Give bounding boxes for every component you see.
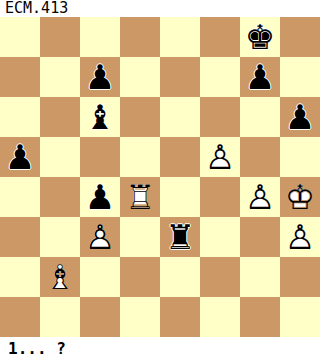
square-b7[interactable] bbox=[40, 57, 80, 97]
square-h1[interactable] bbox=[280, 297, 320, 337]
black-pawn-glyph: ♟ bbox=[80, 57, 120, 97]
white-pawn-outline: ♙ bbox=[200, 137, 240, 177]
black-pawn: ♟ bbox=[240, 57, 280, 97]
square-b6[interactable] bbox=[40, 97, 80, 137]
square-c1[interactable] bbox=[80, 297, 120, 337]
black-pawn-glyph: ♟ bbox=[240, 57, 280, 97]
square-d3[interactable] bbox=[120, 217, 160, 257]
square-h4[interactable]: ♚♔ bbox=[280, 177, 320, 217]
square-h3[interactable]: ♟♙ bbox=[280, 217, 320, 257]
square-a8[interactable] bbox=[0, 17, 40, 57]
square-a1[interactable] bbox=[0, 297, 40, 337]
square-g7[interactable]: ♟ bbox=[240, 57, 280, 97]
square-f5[interactable]: ♟♙ bbox=[200, 137, 240, 177]
black-pawn: ♟ bbox=[80, 177, 120, 217]
black-pawn-glyph: ♟ bbox=[0, 137, 40, 177]
square-c3[interactable]: ♟♙ bbox=[80, 217, 120, 257]
page: ECM.413 ♚♟♟♝♟♟♟♙♟♜♖♟♙♚♔♟♙♜♟♙♝♗ 1... ? bbox=[0, 0, 320, 360]
black-pawn: ♟ bbox=[80, 57, 120, 97]
square-b3[interactable] bbox=[40, 217, 80, 257]
square-g3[interactable] bbox=[240, 217, 280, 257]
square-f3[interactable] bbox=[200, 217, 240, 257]
square-a7[interactable] bbox=[0, 57, 40, 97]
white-pawn: ♟♙ bbox=[80, 217, 120, 257]
square-d2[interactable] bbox=[120, 257, 160, 297]
square-d5[interactable] bbox=[120, 137, 160, 177]
square-e7[interactable] bbox=[160, 57, 200, 97]
white-rook: ♜♖ bbox=[120, 177, 160, 217]
square-e8[interactable] bbox=[160, 17, 200, 57]
white-pawn-outline: ♙ bbox=[280, 217, 320, 257]
square-d8[interactable] bbox=[120, 17, 160, 57]
square-g4[interactable]: ♟♙ bbox=[240, 177, 280, 217]
square-c4[interactable]: ♟ bbox=[80, 177, 120, 217]
square-f2[interactable] bbox=[200, 257, 240, 297]
square-h8[interactable] bbox=[280, 17, 320, 57]
square-e4[interactable] bbox=[160, 177, 200, 217]
black-pawn-glyph: ♟ bbox=[80, 177, 120, 217]
square-h5[interactable] bbox=[280, 137, 320, 177]
square-a4[interactable] bbox=[0, 177, 40, 217]
diagram-title: ECM.413 bbox=[0, 0, 320, 17]
white-bishop: ♝♗ bbox=[40, 257, 80, 297]
square-b1[interactable] bbox=[40, 297, 80, 337]
chess-board: ♚♟♟♝♟♟♟♙♟♜♖♟♙♚♔♟♙♜♟♙♝♗ bbox=[0, 17, 320, 337]
square-h2[interactable] bbox=[280, 257, 320, 297]
white-pawn: ♟♙ bbox=[280, 217, 320, 257]
black-rook-glyph: ♜ bbox=[160, 217, 200, 257]
square-b2[interactable]: ♝♗ bbox=[40, 257, 80, 297]
square-d1[interactable] bbox=[120, 297, 160, 337]
square-c6[interactable]: ♝ bbox=[80, 97, 120, 137]
square-f7[interactable] bbox=[200, 57, 240, 97]
square-f1[interactable] bbox=[200, 297, 240, 337]
black-bishop: ♝ bbox=[80, 97, 120, 137]
black-pawn-glyph: ♟ bbox=[280, 97, 320, 137]
black-king-glyph: ♚ bbox=[240, 17, 280, 57]
white-pawn-outline: ♙ bbox=[240, 177, 280, 217]
square-g6[interactable] bbox=[240, 97, 280, 137]
square-b4[interactable] bbox=[40, 177, 80, 217]
white-pawn-outline: ♙ bbox=[80, 217, 120, 257]
square-d4[interactable]: ♜♖ bbox=[120, 177, 160, 217]
square-g2[interactable] bbox=[240, 257, 280, 297]
square-e6[interactable] bbox=[160, 97, 200, 137]
white-king: ♚♔ bbox=[280, 177, 320, 217]
black-bishop-glyph: ♝ bbox=[80, 97, 120, 137]
square-c7[interactable]: ♟ bbox=[80, 57, 120, 97]
square-h7[interactable] bbox=[280, 57, 320, 97]
square-b8[interactable] bbox=[40, 17, 80, 57]
square-a3[interactable] bbox=[0, 217, 40, 257]
square-a2[interactable] bbox=[0, 257, 40, 297]
square-f8[interactable] bbox=[200, 17, 240, 57]
square-c2[interactable] bbox=[80, 257, 120, 297]
square-g1[interactable] bbox=[240, 297, 280, 337]
square-c8[interactable] bbox=[80, 17, 120, 57]
black-rook: ♜ bbox=[160, 217, 200, 257]
move-prompt: 1... ? bbox=[0, 337, 320, 360]
black-pawn: ♟ bbox=[280, 97, 320, 137]
white-pawn: ♟♙ bbox=[240, 177, 280, 217]
black-king: ♚ bbox=[240, 17, 280, 57]
square-a6[interactable] bbox=[0, 97, 40, 137]
square-f4[interactable] bbox=[200, 177, 240, 217]
square-e1[interactable] bbox=[160, 297, 200, 337]
white-bishop-outline: ♗ bbox=[40, 257, 80, 297]
square-g5[interactable] bbox=[240, 137, 280, 177]
square-d7[interactable] bbox=[120, 57, 160, 97]
square-b5[interactable] bbox=[40, 137, 80, 177]
square-d6[interactable] bbox=[120, 97, 160, 137]
square-g8[interactable]: ♚ bbox=[240, 17, 280, 57]
square-e3[interactable]: ♜ bbox=[160, 217, 200, 257]
white-king-outline: ♔ bbox=[280, 177, 320, 217]
square-e2[interactable] bbox=[160, 257, 200, 297]
square-c5[interactable] bbox=[80, 137, 120, 177]
black-pawn: ♟ bbox=[0, 137, 40, 177]
square-a5[interactable]: ♟ bbox=[0, 137, 40, 177]
white-pawn: ♟♙ bbox=[200, 137, 240, 177]
square-e5[interactable] bbox=[160, 137, 200, 177]
square-h6[interactable]: ♟ bbox=[280, 97, 320, 137]
square-f6[interactable] bbox=[200, 97, 240, 137]
white-rook-outline: ♖ bbox=[120, 177, 160, 217]
